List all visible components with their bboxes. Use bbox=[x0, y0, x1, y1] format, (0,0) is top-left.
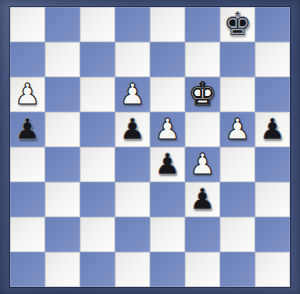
square-a6[interactable]: ♟ bbox=[10, 77, 45, 112]
square-h5[interactable]: ♟ bbox=[255, 112, 290, 147]
square-a5[interactable]: ♟ bbox=[10, 112, 45, 147]
piece-white-pawn[interactable]: ♟ bbox=[155, 112, 181, 147]
piece-white-pawn[interactable]: ♟ bbox=[15, 77, 41, 112]
square-c1[interactable] bbox=[80, 252, 115, 287]
square-d2[interactable] bbox=[115, 217, 150, 252]
square-b1[interactable] bbox=[45, 252, 80, 287]
piece-white-pawn[interactable]: ♟ bbox=[120, 77, 146, 112]
square-e1[interactable] bbox=[150, 252, 185, 287]
square-b2[interactable] bbox=[45, 217, 80, 252]
square-a4[interactable] bbox=[10, 147, 45, 182]
square-g4[interactable] bbox=[220, 147, 255, 182]
piece-white-pawn[interactable]: ♟ bbox=[190, 147, 216, 182]
square-e2[interactable] bbox=[150, 217, 185, 252]
piece-black-pawn[interactable]: ♟ bbox=[155, 147, 181, 182]
square-b4[interactable] bbox=[45, 147, 80, 182]
square-f5[interactable] bbox=[185, 112, 220, 147]
square-e5[interactable]: ♟ bbox=[150, 112, 185, 147]
square-h2[interactable] bbox=[255, 217, 290, 252]
square-c3[interactable] bbox=[80, 182, 115, 217]
square-d7[interactable] bbox=[115, 42, 150, 77]
piece-black-pawn[interactable]: ♟ bbox=[260, 112, 286, 147]
piece-white-pawn[interactable]: ♟ bbox=[225, 112, 251, 147]
square-f1[interactable] bbox=[185, 252, 220, 287]
square-g6[interactable] bbox=[220, 77, 255, 112]
square-d1[interactable] bbox=[115, 252, 150, 287]
square-d3[interactable] bbox=[115, 182, 150, 217]
square-d6[interactable]: ♟ bbox=[115, 77, 150, 112]
square-h6[interactable] bbox=[255, 77, 290, 112]
square-f6[interactable]: ♚ bbox=[185, 77, 220, 112]
square-a8[interactable] bbox=[10, 7, 45, 42]
chess-board: ♚♟♟♚♟♟♟♟♟♟♟♟ bbox=[10, 7, 290, 287]
square-h8[interactable] bbox=[255, 7, 290, 42]
square-g7[interactable] bbox=[220, 42, 255, 77]
square-g3[interactable] bbox=[220, 182, 255, 217]
square-b8[interactable] bbox=[45, 7, 80, 42]
square-a7[interactable] bbox=[10, 42, 45, 77]
square-b5[interactable] bbox=[45, 112, 80, 147]
square-h3[interactable] bbox=[255, 182, 290, 217]
piece-black-pawn[interactable]: ♟ bbox=[120, 112, 146, 147]
square-h4[interactable] bbox=[255, 147, 290, 182]
square-c2[interactable] bbox=[80, 217, 115, 252]
square-c5[interactable] bbox=[80, 112, 115, 147]
square-c6[interactable] bbox=[80, 77, 115, 112]
square-e3[interactable] bbox=[150, 182, 185, 217]
square-a1[interactable] bbox=[10, 252, 45, 287]
square-b3[interactable] bbox=[45, 182, 80, 217]
square-f8[interactable] bbox=[185, 7, 220, 42]
square-c4[interactable] bbox=[80, 147, 115, 182]
square-b7[interactable] bbox=[45, 42, 80, 77]
square-c7[interactable] bbox=[80, 42, 115, 77]
piece-black-pawn[interactable]: ♟ bbox=[190, 182, 216, 217]
square-d8[interactable] bbox=[115, 7, 150, 42]
square-g1[interactable] bbox=[220, 252, 255, 287]
square-f4[interactable]: ♟ bbox=[185, 147, 220, 182]
piece-black-pawn[interactable]: ♟ bbox=[15, 112, 41, 147]
square-b6[interactable] bbox=[45, 77, 80, 112]
square-g8[interactable]: ♚ bbox=[220, 7, 255, 42]
square-f7[interactable] bbox=[185, 42, 220, 77]
square-c8[interactable] bbox=[80, 7, 115, 42]
square-e4[interactable]: ♟ bbox=[150, 147, 185, 182]
square-e7[interactable] bbox=[150, 42, 185, 77]
piece-white-king[interactable]: ♚ bbox=[188, 77, 217, 112]
piece-black-king[interactable]: ♚ bbox=[223, 7, 252, 42]
square-f3[interactable]: ♟ bbox=[185, 182, 220, 217]
square-h7[interactable] bbox=[255, 42, 290, 77]
square-a3[interactable] bbox=[10, 182, 45, 217]
square-d4[interactable] bbox=[115, 147, 150, 182]
square-h1[interactable] bbox=[255, 252, 290, 287]
square-e6[interactable] bbox=[150, 77, 185, 112]
square-g2[interactable] bbox=[220, 217, 255, 252]
square-f2[interactable] bbox=[185, 217, 220, 252]
square-g5[interactable]: ♟ bbox=[220, 112, 255, 147]
square-a2[interactable] bbox=[10, 217, 45, 252]
chess-board-frame: ♚♟♟♚♟♟♟♟♟♟♟♟ bbox=[0, 0, 300, 294]
square-e8[interactable] bbox=[150, 7, 185, 42]
square-d5[interactable]: ♟ bbox=[115, 112, 150, 147]
